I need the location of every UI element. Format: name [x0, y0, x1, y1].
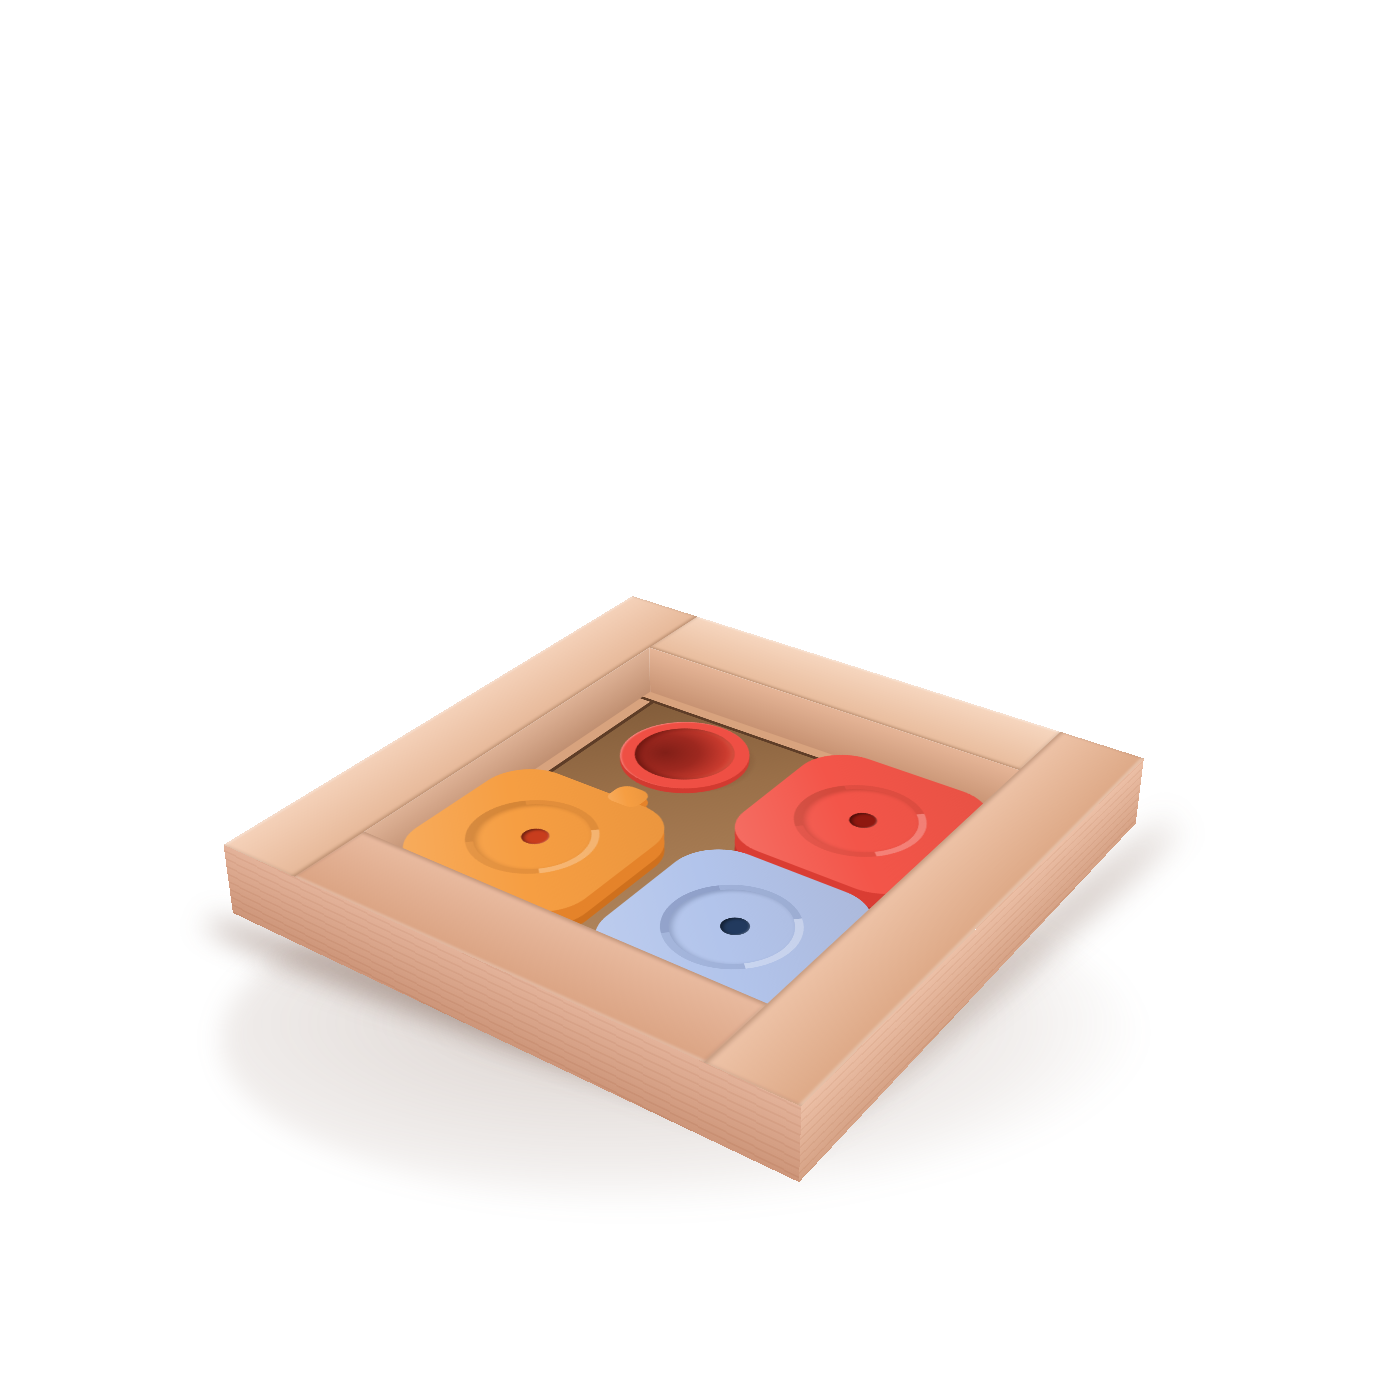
orange-pull-tab[interactable] [605, 805, 654, 831]
bowl-rim [593, 710, 773, 803]
bowl-cavity [614, 719, 753, 790]
red-lid-ring-groove [768, 772, 950, 872]
frame-inner-wall-far-right [650, 647, 1020, 819]
bowl-rim-side [593, 714, 773, 807]
orange-pull-tab[interactable] [604, 784, 653, 810]
red-bowl-open-well[interactable] [580, 713, 786, 819]
blue-lid-center-hole [713, 914, 755, 939]
orange-pull-tab[interactable] [605, 797, 654, 823]
scene [0, 0, 1400, 1400]
orange-lid-center-hole [515, 826, 555, 847]
orange-pull-tab[interactable] [604, 790, 653, 816]
bowl-cast-shadow [595, 711, 801, 819]
frame-top-far-right [650, 617, 1061, 770]
slide-ledge-far-right [643, 692, 1015, 824]
frame-top-far-left [224, 596, 698, 877]
cell-r0c1 [521, 692, 823, 849]
red-lid-center-hole [843, 810, 881, 831]
